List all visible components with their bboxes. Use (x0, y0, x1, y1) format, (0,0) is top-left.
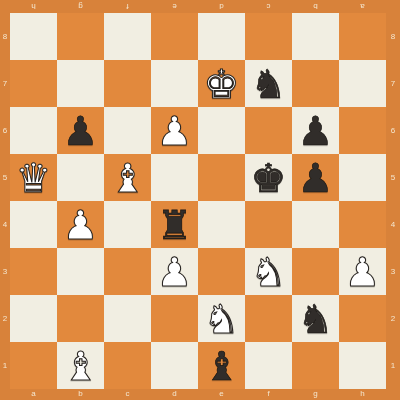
rank-label-left-1: 1 (0, 342, 10, 389)
black-king[interactable]: ♚ (251, 158, 287, 198)
square-d8[interactable] (151, 13, 198, 60)
square-c8[interactable] (104, 13, 151, 60)
black-pawn[interactable]: ♟ (63, 111, 99, 151)
square-f3[interactable]: ♞ (245, 248, 292, 295)
rank-label-right-5: 5 (386, 154, 400, 201)
rank-label-left-2: 2 (0, 295, 10, 342)
white-pawn[interactable]: ♟ (157, 111, 193, 151)
square-h3[interactable]: ♟ (339, 248, 386, 295)
chess-board: ♚♞♟♟♟♛♝♚♟♟♜♟♞♟♞♞♝♝ (10, 13, 386, 389)
square-c4[interactable] (104, 201, 151, 248)
white-queen[interactable]: ♛ (16, 158, 52, 198)
rank-label-left-7: 7 (0, 60, 10, 107)
square-e3[interactable] (198, 248, 245, 295)
square-a3[interactable] (10, 248, 57, 295)
square-e5[interactable] (198, 154, 245, 201)
square-g7[interactable] (292, 60, 339, 107)
square-e2[interactable]: ♞ (198, 295, 245, 342)
square-h4[interactable] (339, 201, 386, 248)
square-a5[interactable]: ♛ (10, 154, 57, 201)
white-knight[interactable]: ♞ (251, 252, 287, 292)
file-labels-top: abcdefgh (10, 0, 386, 13)
square-d4[interactable]: ♜ (151, 201, 198, 248)
square-f6[interactable] (245, 107, 292, 154)
rank-label-right-3: 3 (386, 248, 400, 295)
file-label-top-a: a (339, 0, 386, 13)
square-d2[interactable] (151, 295, 198, 342)
square-d3[interactable]: ♟ (151, 248, 198, 295)
square-e8[interactable] (198, 13, 245, 60)
white-pawn[interactable]: ♟ (157, 252, 193, 292)
file-label-top-e: e (151, 0, 198, 13)
square-a1[interactable] (10, 342, 57, 389)
square-h6[interactable] (339, 107, 386, 154)
square-a6[interactable] (10, 107, 57, 154)
square-d5[interactable] (151, 154, 198, 201)
file-label-top-c: c (245, 0, 292, 13)
square-e1[interactable]: ♝ (198, 342, 245, 389)
black-pawn[interactable]: ♟ (298, 111, 334, 151)
square-c6[interactable] (104, 107, 151, 154)
square-f5[interactable]: ♚ (245, 154, 292, 201)
square-c1[interactable] (104, 342, 151, 389)
black-bishop[interactable]: ♝ (204, 346, 240, 386)
square-d1[interactable] (151, 342, 198, 389)
file-label-top-h: h (10, 0, 57, 13)
square-b6[interactable]: ♟ (57, 107, 104, 154)
square-a7[interactable] (10, 60, 57, 107)
white-bishop[interactable]: ♝ (63, 346, 99, 386)
white-king[interactable]: ♚ (204, 64, 240, 104)
file-label-top-f: f (104, 0, 151, 13)
square-b5[interactable] (57, 154, 104, 201)
rank-labels-left: 87654321 (0, 13, 10, 389)
file-label-top-d: d (198, 0, 245, 13)
square-g1[interactable] (292, 342, 339, 389)
white-pawn[interactable]: ♟ (63, 205, 99, 245)
rank-label-left-6: 6 (0, 107, 10, 154)
chess-app-window: ♚♞♟♟♟♛♝♚♟♟♜♟♞♟♞♞♝♝ abcdefgh abcdefgh 876… (0, 0, 400, 400)
file-label-bottom-g: g (292, 388, 339, 400)
rank-label-right-4: 4 (386, 201, 400, 248)
square-a4[interactable] (10, 201, 57, 248)
square-f4[interactable] (245, 201, 292, 248)
white-bishop[interactable]: ♝ (110, 158, 146, 198)
file-label-bottom-e: e (198, 388, 245, 400)
square-e4[interactable] (198, 201, 245, 248)
square-c5[interactable]: ♝ (104, 154, 151, 201)
square-g6[interactable]: ♟ (292, 107, 339, 154)
black-knight[interactable]: ♞ (298, 299, 334, 339)
rank-label-left-4: 4 (0, 201, 10, 248)
file-label-bottom-d: d (151, 388, 198, 400)
square-h2[interactable] (339, 295, 386, 342)
black-knight[interactable]: ♞ (251, 64, 287, 104)
white-pawn[interactable]: ♟ (345, 252, 381, 292)
square-f7[interactable]: ♞ (245, 60, 292, 107)
square-d7[interactable] (151, 60, 198, 107)
file-label-bottom-c: c (104, 388, 151, 400)
black-pawn[interactable]: ♟ (298, 158, 334, 198)
file-labels-bottom: abcdefgh (10, 388, 386, 400)
rank-labels-right: 87654321 (386, 13, 400, 389)
square-h5[interactable] (339, 154, 386, 201)
square-a8[interactable] (10, 13, 57, 60)
file-label-top-b: b (292, 0, 339, 13)
square-h8[interactable] (339, 13, 386, 60)
rank-label-left-5: 5 (0, 154, 10, 201)
file-label-bottom-a: a (10, 388, 57, 400)
rank-label-right-6: 6 (386, 107, 400, 154)
square-g2[interactable]: ♞ (292, 295, 339, 342)
square-c3[interactable] (104, 248, 151, 295)
square-b7[interactable] (57, 60, 104, 107)
square-g8[interactable] (292, 13, 339, 60)
rank-label-right-7: 7 (386, 60, 400, 107)
white-knight[interactable]: ♞ (204, 299, 240, 339)
file-label-top-g: g (57, 0, 104, 13)
file-label-bottom-f: f (245, 388, 292, 400)
square-g5[interactable]: ♟ (292, 154, 339, 201)
file-label-bottom-b: b (57, 388, 104, 400)
square-b8[interactable] (57, 13, 104, 60)
square-h7[interactable] (339, 60, 386, 107)
rank-label-right-2: 2 (386, 295, 400, 342)
square-d6[interactable]: ♟ (151, 107, 198, 154)
square-c2[interactable] (104, 295, 151, 342)
square-f1[interactable] (245, 342, 292, 389)
square-b2[interactable] (57, 295, 104, 342)
square-a2[interactable] (10, 295, 57, 342)
file-label-bottom-h: h (339, 388, 386, 400)
square-b3[interactable] (57, 248, 104, 295)
black-rook[interactable]: ♜ (157, 205, 193, 245)
square-f2[interactable] (245, 295, 292, 342)
rank-label-right-8: 8 (386, 13, 400, 60)
square-f8[interactable] (245, 13, 292, 60)
square-g3[interactable] (292, 248, 339, 295)
rank-label-right-1: 1 (386, 342, 400, 389)
square-e6[interactable] (198, 107, 245, 154)
square-b4[interactable]: ♟ (57, 201, 104, 248)
square-h1[interactable] (339, 342, 386, 389)
square-c7[interactable] (104, 60, 151, 107)
square-g4[interactable] (292, 201, 339, 248)
square-b1[interactable]: ♝ (57, 342, 104, 389)
square-e7[interactable]: ♚ (198, 60, 245, 107)
rank-label-left-3: 3 (0, 248, 10, 295)
rank-label-left-8: 8 (0, 13, 10, 60)
